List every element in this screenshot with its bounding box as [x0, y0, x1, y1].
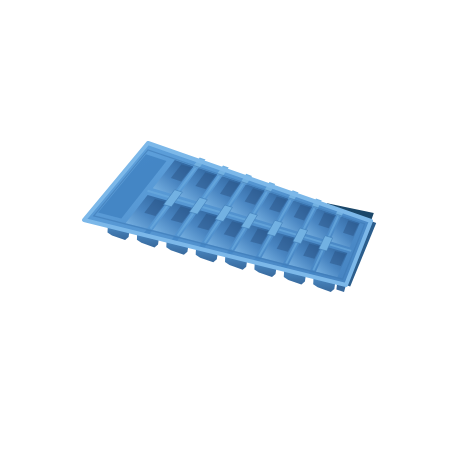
screenshot-canvas — [0, 0, 458, 458]
product-photo — [0, 0, 458, 458]
ice-cube-tray — [0, 0, 458, 458]
